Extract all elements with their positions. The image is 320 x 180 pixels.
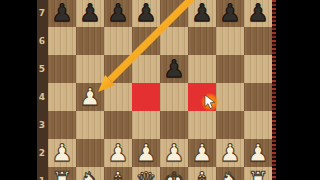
square-g2[interactable]: ♟ xyxy=(216,139,244,167)
square-h4[interactable] xyxy=(244,83,272,111)
square-a1[interactable]: ♜ xyxy=(48,167,76,180)
piece-white-pawn-h2[interactable]: ♟ xyxy=(247,139,269,167)
piece-white-pawn-a2[interactable]: ♟ xyxy=(51,139,73,167)
rank-label-4: 4 xyxy=(37,91,47,103)
square-d6[interactable] xyxy=(132,27,160,55)
piece-white-pawn-c2[interactable]: ♟ xyxy=(107,139,129,167)
rank-label-2: 2 xyxy=(37,147,47,159)
square-b6[interactable] xyxy=(76,27,104,55)
square-e6[interactable] xyxy=(160,27,188,55)
piece-black-pawn-c7[interactable]: ♟ xyxy=(107,0,129,27)
piece-white-pawn-b4[interactable]: ♟ xyxy=(79,83,101,111)
square-e4[interactable] xyxy=(160,83,188,111)
piece-white-knight-b1[interactable]: ♞ xyxy=(79,167,101,180)
square-a7[interactable]: ♟ xyxy=(48,0,76,27)
chess-board-screen: 87654321 ♟♟♟♟♟♟♟♟♟♟♟♟♟♟♟♟♜♞♝♛♚♝♞♜ xyxy=(0,0,320,180)
square-b5[interactable] xyxy=(76,55,104,83)
rank-label-6: 6 xyxy=(37,35,47,47)
square-a3[interactable] xyxy=(48,111,76,139)
square-b7[interactable]: ♟ xyxy=(76,0,104,27)
square-c1[interactable]: ♝ xyxy=(104,167,132,180)
square-d3[interactable] xyxy=(132,111,160,139)
square-e2[interactable]: ♟ xyxy=(160,139,188,167)
square-h2[interactable]: ♟ xyxy=(244,139,272,167)
square-c4[interactable] xyxy=(104,83,132,111)
board-grid[interactable]: ♟♟♟♟♟♟♟♟♟♟♟♟♟♟♟♟♜♞♝♛♚♝♞♜ xyxy=(48,0,272,180)
square-f7[interactable]: ♟ xyxy=(188,0,216,27)
square-b2[interactable] xyxy=(76,139,104,167)
square-g4[interactable] xyxy=(216,83,244,111)
rank-label-7: 7 xyxy=(37,7,47,19)
piece-white-king-e1[interactable]: ♚ xyxy=(163,167,185,180)
square-d2[interactable]: ♟ xyxy=(132,139,160,167)
square-h5[interactable] xyxy=(244,55,272,83)
piece-white-rook-a1[interactable]: ♜ xyxy=(51,167,73,180)
piece-white-bishop-f1[interactable]: ♝ xyxy=(191,167,213,180)
square-b1[interactable]: ♞ xyxy=(76,167,104,180)
square-f6[interactable] xyxy=(188,27,216,55)
square-d4[interactable] xyxy=(132,83,160,111)
square-b3[interactable] xyxy=(76,111,104,139)
piece-black-pawn-g7[interactable]: ♟ xyxy=(219,0,241,27)
square-h7[interactable]: ♟ xyxy=(244,0,272,27)
square-e5[interactable]: ♟ xyxy=(160,55,188,83)
piece-black-pawn-a7[interactable]: ♟ xyxy=(51,0,73,27)
piece-white-pawn-g2[interactable]: ♟ xyxy=(219,139,241,167)
square-f2[interactable]: ♟ xyxy=(188,139,216,167)
square-d7[interactable]: ♟ xyxy=(132,0,160,27)
square-e7[interactable] xyxy=(160,0,188,27)
square-c3[interactable] xyxy=(104,111,132,139)
square-d1[interactable]: ♛ xyxy=(132,167,160,180)
square-c2[interactable]: ♟ xyxy=(104,139,132,167)
piece-white-bishop-c1[interactable]: ♝ xyxy=(107,167,129,180)
board-right-edge-decoration xyxy=(272,0,276,180)
square-a2[interactable]: ♟ xyxy=(48,139,76,167)
piece-white-pawn-d2[interactable]: ♟ xyxy=(135,139,157,167)
piece-white-rook-h1[interactable]: ♜ xyxy=(247,167,269,180)
square-a4[interactable] xyxy=(48,83,76,111)
piece-black-pawn-d7[interactable]: ♟ xyxy=(135,0,157,27)
square-e3[interactable] xyxy=(160,111,188,139)
square-f1[interactable]: ♝ xyxy=(188,167,216,180)
square-a6[interactable] xyxy=(48,27,76,55)
piece-black-pawn-f7[interactable]: ♟ xyxy=(191,0,213,27)
piece-white-pawn-e2[interactable]: ♟ xyxy=(163,139,185,167)
square-h6[interactable] xyxy=(244,27,272,55)
cursor-glow xyxy=(201,93,219,111)
piece-white-pawn-f2[interactable]: ♟ xyxy=(191,139,213,167)
rank-label-5: 5 xyxy=(37,63,47,75)
square-f3[interactable] xyxy=(188,111,216,139)
square-g6[interactable] xyxy=(216,27,244,55)
piece-white-queen-d1[interactable]: ♛ xyxy=(135,167,157,180)
piece-white-knight-g1[interactable]: ♞ xyxy=(219,167,241,180)
square-h1[interactable]: ♜ xyxy=(244,167,272,180)
square-d5[interactable] xyxy=(132,55,160,83)
square-f5[interactable] xyxy=(188,55,216,83)
square-c7[interactable]: ♟ xyxy=(104,0,132,27)
rank-label-strip: 87654321 xyxy=(37,0,48,180)
square-g1[interactable]: ♞ xyxy=(216,167,244,180)
piece-black-pawn-h7[interactable]: ♟ xyxy=(247,0,269,27)
square-a5[interactable] xyxy=(48,55,76,83)
square-b4[interactable]: ♟ xyxy=(76,83,104,111)
square-g5[interactable] xyxy=(216,55,244,83)
piece-black-pawn-e5[interactable]: ♟ xyxy=(163,55,185,83)
square-c5[interactable] xyxy=(104,55,132,83)
rank-label-1: 1 xyxy=(37,175,47,180)
piece-black-pawn-b7[interactable]: ♟ xyxy=(79,0,101,27)
rank-label-3: 3 xyxy=(37,119,47,131)
square-c6[interactable] xyxy=(104,27,132,55)
square-h3[interactable] xyxy=(244,111,272,139)
square-g7[interactable]: ♟ xyxy=(216,0,244,27)
square-g3[interactable] xyxy=(216,111,244,139)
square-e1[interactable]: ♚ xyxy=(160,167,188,180)
